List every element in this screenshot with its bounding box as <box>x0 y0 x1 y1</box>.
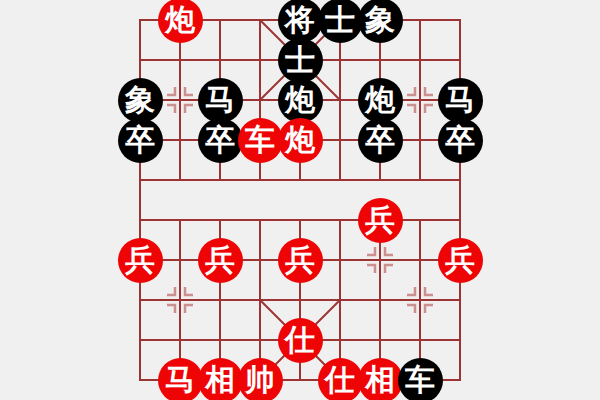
piece-red-advisor[interactable]: 仕 <box>318 358 363 400</box>
piece-black-cannon[interactable]: 炮 <box>358 78 403 123</box>
piece-red-elephant[interactable]: 相 <box>198 358 243 400</box>
piece-red-soldier[interactable]: 兵 <box>438 238 483 283</box>
piece-black-soldier[interactable]: 卒 <box>438 118 483 163</box>
piece-black-cannon[interactable]: 炮 <box>278 78 323 123</box>
piece-red-soldier[interactable]: 兵 <box>278 238 323 283</box>
piece-red-elephant[interactable]: 相 <box>358 358 403 400</box>
piece-red-soldier[interactable]: 兵 <box>118 238 163 283</box>
piece-red-soldier[interactable]: 兵 <box>198 238 243 283</box>
piece-black-horse[interactable]: 马 <box>198 78 243 123</box>
piece-black-horse[interactable]: 马 <box>438 78 483 123</box>
piece-black-elephant[interactable]: 象 <box>118 78 163 123</box>
pieces-layer: 炮将士象士象马炮炮马卒卒车炮卒卒兵兵兵兵兵仕马相帅仕相车 <box>120 0 480 400</box>
xiangqi-board: 炮将士象士象马炮炮马卒卒车炮卒卒兵兵兵兵兵仕马相帅仕相车 <box>0 0 600 400</box>
piece-black-advisor[interactable]: 士 <box>318 0 363 43</box>
piece-red-chariot[interactable]: 车 <box>238 118 283 163</box>
piece-black-soldier[interactable]: 卒 <box>198 118 243 163</box>
piece-black-advisor[interactable]: 士 <box>278 38 323 83</box>
piece-black-elephant[interactable]: 象 <box>358 0 403 43</box>
piece-black-soldier[interactable]: 卒 <box>358 118 403 163</box>
piece-black-chariot[interactable]: 车 <box>398 358 443 400</box>
piece-red-soldier[interactable]: 兵 <box>358 198 403 243</box>
piece-black-soldier[interactable]: 卒 <box>118 118 163 163</box>
piece-red-cannon[interactable]: 炮 <box>158 0 203 43</box>
piece-red-cannon[interactable]: 炮 <box>278 118 323 163</box>
piece-red-advisor[interactable]: 仕 <box>278 318 323 363</box>
piece-black-general[interactable]: 将 <box>278 0 323 43</box>
piece-red-general[interactable]: 帅 <box>238 358 283 400</box>
piece-red-horse[interactable]: 马 <box>158 358 203 400</box>
